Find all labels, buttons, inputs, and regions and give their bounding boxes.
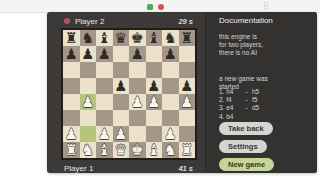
square-b1[interactable]: ♞ [80, 142, 97, 158]
square-g3[interactable] [162, 110, 179, 126]
piece-white-pawn[interactable]: ♟ [179, 94, 196, 110]
piece-white-rook[interactable]: ♜ [63, 142, 80, 158]
piece-white-pawn[interactable]: ♟ [63, 126, 80, 142]
piece-black-queen[interactable]: ♛ [113, 30, 130, 46]
dots-handle-icon[interactable]: ⣿ [263, 2, 269, 10]
piece-white-bishop[interactable]: ♝ [96, 142, 113, 158]
square-h2[interactable] [179, 126, 196, 142]
board-frame: ♜♞♝♛♚♝♞♜♟♟♟♟♟♟♟♟♟♟♟♟♟♟♟♟♜♞♝♛♚♝♞♜ [61, 28, 197, 160]
move-row: 3. e4-d5 [219, 104, 259, 112]
square-e3[interactable] [129, 110, 146, 126]
red-circle-icon [158, 4, 164, 10]
square-d6[interactable] [113, 62, 130, 78]
piece-black-bishop[interactable]: ♝ [146, 30, 163, 46]
square-e7[interactable]: ♟ [129, 46, 146, 62]
square-g8[interactable]: ♞ [162, 30, 179, 46]
player-bottom-name: Player 1 [64, 164, 93, 173]
piece-black-pawn[interactable]: ♟ [179, 78, 196, 94]
doc-paragraph: this engine isfor two players,there is n… [219, 33, 268, 58]
square-d7[interactable] [113, 46, 130, 62]
piece-white-pawn[interactable]: ♟ [96, 126, 113, 142]
square-f1[interactable]: ♝ [146, 142, 163, 158]
square-c1[interactable]: ♝ [96, 142, 113, 158]
player-top-clock: 29 s [178, 17, 193, 26]
piece-white-pawn[interactable]: ♟ [162, 126, 179, 142]
doc-line: for two players, [219, 41, 268, 49]
board-section: Player 2 29 s ♜♞♝♛♚♝♞♜♟♟♟♟♟♟♟♟♟♟♟♟♟♟♟♟♜♞… [47, 12, 205, 173]
square-d5[interactable]: ♟ [113, 78, 130, 94]
panel-buttons: Take backSettingsNew game [219, 122, 274, 171]
square-f3[interactable] [146, 110, 163, 126]
piece-white-pawn[interactable]: ♟ [146, 94, 163, 110]
piece-white-pawn[interactable]: ♟ [80, 94, 97, 110]
square-h8[interactable]: ♜ [179, 30, 196, 46]
piece-black-pawn[interactable]: ♟ [80, 46, 97, 62]
square-h4[interactable]: ♟ [179, 94, 196, 110]
square-a7[interactable]: ♟ [63, 46, 80, 62]
square-f6[interactable] [146, 62, 163, 78]
square-f4[interactable]: ♟ [146, 94, 163, 110]
new-game-button[interactable]: New game [219, 158, 274, 171]
square-a4[interactable] [63, 94, 80, 110]
piece-white-king[interactable]: ♚ [129, 142, 146, 158]
piece-black-pawn[interactable]: ♟ [63, 46, 80, 62]
square-h3[interactable] [179, 110, 196, 126]
square-c6[interactable] [96, 62, 113, 78]
square-b5[interactable] [80, 78, 97, 94]
piece-white-pawn[interactable]: ♟ [113, 126, 130, 142]
square-a8[interactable]: ♜ [63, 30, 80, 46]
green-square-icon [147, 4, 153, 10]
square-a2[interactable]: ♟ [63, 126, 80, 142]
doc-line: there is no AI [219, 49, 268, 57]
square-b8[interactable]: ♞ [80, 30, 97, 46]
square-f8[interactable]: ♝ [146, 30, 163, 46]
player-bottom-row: Player 1 41 s [64, 162, 193, 174]
piece-black-bishop[interactable]: ♝ [96, 30, 113, 46]
square-f7[interactable] [146, 46, 163, 62]
square-b7[interactable]: ♟ [80, 46, 97, 62]
piece-black-knight[interactable]: ♞ [80, 30, 97, 46]
piece-black-pawn[interactable]: ♟ [162, 46, 179, 62]
settings-button[interactable]: Settings [219, 140, 267, 153]
square-e4[interactable]: ♟ [129, 94, 146, 110]
square-e6[interactable] [129, 62, 146, 78]
square-c7[interactable]: ♟ [96, 46, 113, 62]
documentation-panel: Documentation this engine isfor two play… [205, 12, 317, 173]
square-e2[interactable] [129, 126, 146, 142]
square-e1[interactable]: ♚ [129, 142, 146, 158]
board: ♜♞♝♛♚♝♞♜♟♟♟♟♟♟♟♟♟♟♟♟♟♟♟♟♜♞♝♛♚♝♞♜ [63, 30, 195, 158]
move-list: 1. h4-h52. f4-f53. e4-d54. b4 [219, 88, 259, 121]
square-d1[interactable]: ♛ [113, 142, 130, 158]
doc-line: a new game was [219, 75, 268, 83]
piece-black-rook[interactable]: ♜ [63, 30, 80, 46]
square-b3[interactable] [80, 110, 97, 126]
player-bottom-clock: 41 s [178, 164, 193, 173]
panel-title: Documentation [219, 16, 273, 25]
square-a6[interactable] [63, 62, 80, 78]
piece-white-knight[interactable]: ♞ [162, 142, 179, 158]
doc-line: this engine is [219, 33, 268, 41]
piece-black-pawn[interactable]: ♟ [96, 46, 113, 62]
square-e8[interactable]: ♚ [129, 30, 146, 46]
piece-white-queen[interactable]: ♛ [113, 142, 130, 158]
square-d8[interactable]: ♛ [113, 30, 130, 46]
move-row: 4. b4 [219, 113, 259, 121]
player-top-name: Player 2 [75, 17, 104, 26]
move-row: 1. h4-h5 [219, 88, 259, 96]
square-f5[interactable]: ♟ [146, 78, 163, 94]
square-g2[interactable]: ♟ [162, 126, 179, 142]
square-e5[interactable] [129, 78, 146, 94]
square-g5[interactable] [162, 78, 179, 94]
square-d3[interactable] [113, 110, 130, 126]
player-top-row: Player 2 29 s [64, 15, 193, 27]
square-c5[interactable] [96, 78, 113, 94]
piece-black-king[interactable]: ♚ [129, 30, 146, 46]
square-h5[interactable]: ♟ [179, 78, 196, 94]
square-h1[interactable]: ♜ [179, 142, 196, 158]
piece-white-knight[interactable]: ♞ [80, 142, 97, 158]
square-a5[interactable] [63, 78, 80, 94]
square-h7[interactable] [179, 46, 196, 62]
square-g1[interactable]: ♞ [162, 142, 179, 158]
square-b4[interactable]: ♟ [80, 94, 97, 110]
piece-white-pawn[interactable]: ♟ [129, 94, 146, 110]
square-f2[interactable] [146, 126, 163, 142]
square-d2[interactable]: ♟ [113, 126, 130, 142]
square-c8[interactable]: ♝ [96, 30, 113, 46]
square-b2[interactable] [80, 126, 97, 142]
piece-white-bishop[interactable]: ♝ [146, 142, 163, 158]
square-a1[interactable]: ♜ [63, 142, 80, 158]
piece-black-pawn[interactable]: ♟ [129, 46, 146, 62]
piece-black-pawn[interactable]: ♟ [113, 78, 130, 94]
square-c4[interactable] [96, 94, 113, 110]
piece-black-rook[interactable]: ♜ [179, 30, 196, 46]
chess-app-window: Player 2 29 s ♜♞♝♛♚♝♞♜♟♟♟♟♟♟♟♟♟♟♟♟♟♟♟♟♜♞… [47, 12, 317, 173]
piece-black-pawn[interactable]: ♟ [146, 78, 163, 94]
piece-white-rook[interactable]: ♜ [179, 142, 196, 158]
take-back-button[interactable]: Take back [219, 122, 273, 135]
square-g7[interactable]: ♟ [162, 46, 179, 62]
square-h6[interactable] [179, 62, 196, 78]
square-g6[interactable] [162, 62, 179, 78]
piece-black-knight[interactable]: ♞ [162, 30, 179, 46]
square-a3[interactable] [63, 110, 80, 126]
square-c2[interactable]: ♟ [96, 126, 113, 142]
square-g4[interactable] [162, 94, 179, 110]
square-d4[interactable] [113, 94, 130, 110]
move-row: 2. f4-f5 [219, 96, 259, 104]
square-b6[interactable] [80, 62, 97, 78]
square-c3[interactable] [96, 110, 113, 126]
turn-indicator-dot [64, 18, 70, 24]
